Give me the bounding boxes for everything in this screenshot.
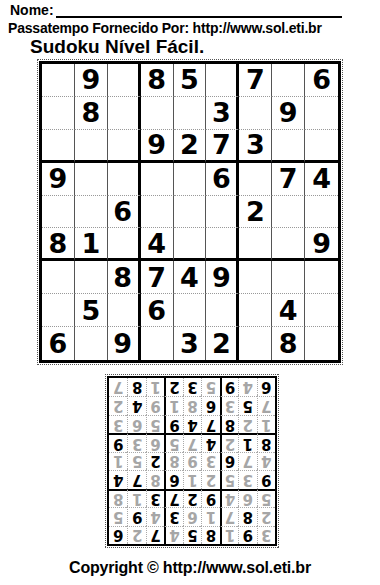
solution-cell-r7c6: 9 <box>164 415 182 433</box>
copyright-line: Copyright © http://www.sol.eti.br <box>0 559 380 577</box>
puzzle-cell-r1c4: 8 <box>141 64 174 97</box>
solution-cell-r2c7: 4 <box>146 507 164 525</box>
solution-cell-r6c8: 3 <box>127 433 145 451</box>
sudoku-puzzle-grid: 9857683992739674628149874956469328 <box>39 61 341 363</box>
puzzle-cell-r3c3[interactable] <box>108 130 141 163</box>
puzzle-cell-r6c4: 4 <box>141 228 174 261</box>
puzzle-cell-r4c8: 7 <box>272 163 305 196</box>
solution-cell-r4c4: 2 <box>201 470 219 488</box>
puzzle-cell-r1c3[interactable] <box>108 64 141 97</box>
solution-cell-r2c3: 7 <box>220 507 238 525</box>
puzzle-cell-r3c1[interactable] <box>42 130 75 163</box>
solution-cell-r1c2: 9 <box>238 526 256 544</box>
solution-cell-r7c7: 5 <box>146 415 164 433</box>
puzzle-cell-r5c8[interactable] <box>272 196 305 229</box>
solution-cell-r4c3: 5 <box>220 470 238 488</box>
sudoku-worksheet-page: Nome: Passatempo Fornecido Por: http://w… <box>0 0 380 585</box>
puzzle-cell-r5c2[interactable] <box>75 196 108 229</box>
puzzle-cell-r9c3: 9 <box>108 327 141 360</box>
puzzle-cell-r2c5[interactable] <box>174 97 207 130</box>
solution-cell-r5c9: 1 <box>109 452 127 470</box>
page-title: Sudoku Nível Fácil. <box>30 36 204 58</box>
solution-cell-r5c8: 5 <box>127 452 145 470</box>
puzzle-cell-r4c5[interactable] <box>174 163 207 196</box>
solution-cell-r1c7: 7 <box>146 526 164 544</box>
solution-cell-r4c5: 1 <box>183 470 201 488</box>
puzzle-cell-r6c9: 9 <box>305 228 338 261</box>
puzzle-cell-r7c1[interactable] <box>42 261 75 294</box>
solution-cell-r6c6: 5 <box>164 433 182 451</box>
puzzle-cell-r4c9: 4 <box>305 163 338 196</box>
puzzle-cell-r4c3[interactable] <box>108 163 141 196</box>
puzzle-cell-r2c2: 8 <box>75 97 108 130</box>
puzzle-cell-r9c4[interactable] <box>141 327 174 360</box>
puzzle-cell-r3c7: 3 <box>239 130 272 163</box>
solution-cell-r2c8: 9 <box>127 507 145 525</box>
solution-cell-r6c2: 1 <box>238 433 256 451</box>
solution-cell-r5c2: 7 <box>238 452 256 470</box>
solution-cell-r9c5: 3 <box>183 378 201 396</box>
puzzle-cell-r3c9[interactable] <box>305 130 338 163</box>
provider-line: Passatempo Fornecido Por: http://www.sol… <box>8 20 322 36</box>
solution-cell-r3c6: 7 <box>164 489 182 507</box>
solution-cell-r7c3: 8 <box>220 415 238 433</box>
solution-cell-r8c3: 3 <box>220 396 238 414</box>
solution-cell-r4c2: 3 <box>238 470 256 488</box>
puzzle-cell-r6c2: 1 <box>75 228 108 261</box>
solution-cell-r1c8: 2 <box>127 526 145 544</box>
solution-cell-r5c4: 3 <box>201 452 219 470</box>
solution-cell-r2c4: 1 <box>201 507 219 525</box>
puzzle-cell-r4c4[interactable] <box>141 163 174 196</box>
puzzle-cell-r7c7[interactable] <box>239 261 272 294</box>
solution-cell-r3c2: 6 <box>238 489 256 507</box>
solution-cell-r6c1: 8 <box>257 433 275 451</box>
sudoku-solution-grid-rotated: 3918547262871634955649273189352168744763… <box>107 376 277 546</box>
puzzle-cell-r2c4[interactable] <box>141 97 174 130</box>
solution-cell-r2c1: 2 <box>257 507 275 525</box>
solution-cell-r9c9: 7 <box>109 378 127 396</box>
puzzle-cell-r9c5: 3 <box>174 327 207 360</box>
puzzle-cell-r5c5[interactable] <box>174 196 207 229</box>
puzzle-cell-r7c9[interactable] <box>305 261 338 294</box>
solution-cell-r6c4: 4 <box>201 433 219 451</box>
puzzle-cell-r2c8: 9 <box>272 97 305 130</box>
puzzle-cell-r8c5[interactable] <box>174 294 207 327</box>
solution-cell-r6c5: 7 <box>183 433 201 451</box>
puzzle-cell-r3c6: 7 <box>206 130 239 163</box>
solution-cell-r3c7: 3 <box>146 489 164 507</box>
puzzle-cell-r6c1: 8 <box>42 228 75 261</box>
solution-cell-r5c6: 8 <box>164 452 182 470</box>
solution-cell-r9c3: 9 <box>220 378 238 396</box>
puzzle-cell-r9c6: 2 <box>206 327 239 360</box>
solution-cell-r2c2: 8 <box>238 507 256 525</box>
puzzle-cell-r5c4[interactable] <box>141 196 174 229</box>
puzzle-cell-r4c2[interactable] <box>75 163 108 196</box>
solution-cell-r1c9: 6 <box>109 526 127 544</box>
solution-cell-r8c7: 9 <box>146 396 164 414</box>
puzzle-cell-r3c4: 9 <box>141 130 174 163</box>
puzzle-cell-r1c2: 9 <box>75 64 108 97</box>
solution-cell-r8c6: 1 <box>164 396 182 414</box>
puzzle-cell-r9c8: 8 <box>272 327 305 360</box>
solution-cell-r8c4: 6 <box>201 396 219 414</box>
puzzle-cell-r8c7[interactable] <box>239 294 272 327</box>
name-label: Nome: <box>10 3 54 18</box>
solution-cell-r7c2: 2 <box>238 415 256 433</box>
solution-cell-r5c7: 2 <box>146 452 164 470</box>
solution-cell-r4c6: 6 <box>164 470 182 488</box>
solution-cell-r4c1: 9 <box>257 470 275 488</box>
solution-cell-r8c8: 4 <box>127 396 145 414</box>
puzzle-cell-r8c2: 5 <box>75 294 108 327</box>
solution-cell-r3c9: 8 <box>109 489 127 507</box>
solution-cell-r8c1: 7 <box>257 396 275 414</box>
solution-cell-r8c5: 8 <box>183 396 201 414</box>
puzzle-cell-r2c9[interactable] <box>305 97 338 130</box>
puzzle-cell-r4c1: 9 <box>42 163 75 196</box>
puzzle-cell-r2c1[interactable] <box>42 97 75 130</box>
solution-cell-r6c3: 2 <box>220 433 238 451</box>
puzzle-cell-r6c6[interactable] <box>206 228 239 261</box>
puzzle-cell-r7c6: 9 <box>206 261 239 294</box>
puzzle-cell-r9c7[interactable] <box>239 327 272 360</box>
solution-cell-r9c6: 2 <box>164 378 182 396</box>
puzzle-cell-r4c6: 6 <box>206 163 239 196</box>
puzzle-cell-r8c4: 6 <box>141 294 174 327</box>
sudoku-puzzle-board: 9857683992739674628149874956469328 <box>37 59 343 365</box>
puzzle-cell-r1c6[interactable] <box>206 64 239 97</box>
puzzle-cell-r2c3[interactable] <box>108 97 141 130</box>
puzzle-cell-r3c5: 2 <box>174 130 207 163</box>
solution-cell-r8c9: 2 <box>109 396 127 414</box>
puzzle-cell-r1c7: 7 <box>239 64 272 97</box>
solution-cell-r9c4: 5 <box>201 378 219 396</box>
puzzle-cell-r9c2[interactable] <box>75 327 108 360</box>
puzzle-cell-r1c5: 5 <box>174 64 207 97</box>
solution-cell-r9c7: 1 <box>146 378 164 396</box>
name-fill-line <box>56 3 342 18</box>
solution-cell-r1c1: 3 <box>257 526 275 544</box>
solution-cell-r1c3: 1 <box>220 526 238 544</box>
solution-cell-r1c6: 4 <box>164 526 182 544</box>
solution-cell-r5c5: 9 <box>183 452 201 470</box>
puzzle-cell-r6c3[interactable] <box>108 228 141 261</box>
solution-cell-r3c3: 4 <box>220 489 238 507</box>
solution-cell-r7c8: 6 <box>127 415 145 433</box>
puzzle-cell-r2c6: 3 <box>206 97 239 130</box>
puzzle-cell-r7c5: 4 <box>174 261 207 294</box>
solution-cell-r7c9: 3 <box>109 415 127 433</box>
solution-cell-r3c5: 2 <box>183 489 201 507</box>
puzzle-cell-r2c7[interactable] <box>239 97 272 130</box>
solution-cell-r2c6: 3 <box>164 507 182 525</box>
solution-cell-r5c3: 6 <box>220 452 238 470</box>
solution-cell-r4c7: 8 <box>146 470 164 488</box>
puzzle-cell-r4c7[interactable] <box>239 163 272 196</box>
solution-cell-r3c4: 9 <box>201 489 219 507</box>
puzzle-cell-r6c5[interactable] <box>174 228 207 261</box>
solution-cell-r6c9: 9 <box>109 433 127 451</box>
puzzle-cell-r5c6[interactable] <box>206 196 239 229</box>
puzzle-cell-r3c8[interactable] <box>272 130 305 163</box>
puzzle-cell-r9c1: 6 <box>42 327 75 360</box>
puzzle-cell-r7c3: 8 <box>108 261 141 294</box>
puzzle-cell-r5c9[interactable] <box>305 196 338 229</box>
puzzle-cell-r8c9[interactable] <box>305 294 338 327</box>
puzzle-cell-r7c2[interactable] <box>75 261 108 294</box>
solution-cell-r7c4: 7 <box>201 415 219 433</box>
solution-cell-r9c2: 4 <box>238 378 256 396</box>
solution-cell-r2c5: 6 <box>183 507 201 525</box>
puzzle-cell-r5c1[interactable] <box>42 196 75 229</box>
solution-cell-r3c1: 5 <box>257 489 275 507</box>
solution-cell-r9c8: 8 <box>127 378 145 396</box>
puzzle-cell-r1c9: 6 <box>305 64 338 97</box>
puzzle-cell-r7c8[interactable] <box>272 261 305 294</box>
solution-cell-r7c1: 1 <box>257 415 275 433</box>
sudoku-solution-board: 3918547262871634955649273189352168744763… <box>105 374 279 548</box>
puzzle-cell-r8c6[interactable] <box>206 294 239 327</box>
solution-cell-r1c5: 5 <box>183 526 201 544</box>
solution-cell-r3c8: 1 <box>127 489 145 507</box>
puzzle-cell-r8c8: 4 <box>272 294 305 327</box>
puzzle-cell-r1c8[interactable] <box>272 64 305 97</box>
solution-cell-r4c8: 7 <box>127 470 145 488</box>
name-row: Nome: <box>10 3 342 18</box>
puzzle-cell-r6c7[interactable] <box>239 228 272 261</box>
solution-cell-r2c9: 5 <box>109 507 127 525</box>
puzzle-cell-r5c3: 6 <box>108 196 141 229</box>
solution-cell-r7c5: 4 <box>183 415 201 433</box>
puzzle-cell-r7c4: 7 <box>141 261 174 294</box>
puzzle-cell-r8c1[interactable] <box>42 294 75 327</box>
puzzle-cell-r1c1[interactable] <box>42 64 75 97</box>
solution-cell-r1c4: 8 <box>201 526 219 544</box>
solution-cell-r9c1: 6 <box>257 378 275 396</box>
solution-cell-r6c7: 6 <box>146 433 164 451</box>
puzzle-cell-r9c9[interactable] <box>305 327 338 360</box>
solution-cell-r8c2: 5 <box>238 396 256 414</box>
puzzle-cell-r5c7: 2 <box>239 196 272 229</box>
solution-cell-r4c9: 4 <box>109 470 127 488</box>
solution-cell-r5c1: 4 <box>257 452 275 470</box>
puzzle-cell-r6c8[interactable] <box>272 228 305 261</box>
puzzle-cell-r8c3[interactable] <box>108 294 141 327</box>
puzzle-cell-r3c2[interactable] <box>75 130 108 163</box>
